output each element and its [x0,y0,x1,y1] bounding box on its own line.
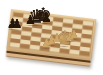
piece-black-pawn-e7[interactable]: ♟ [39,12,54,24]
piece-white-pawn-g4[interactable]: ♟ [67,28,82,39]
product-photo: ♟♟♟♛♚♟♟♟♟♚♟♟ [0,0,103,75]
square-a1[interactable] [10,42,20,47]
square-g1[interactable] [69,49,79,54]
square-f1[interactable] [59,48,69,53]
square-b1[interactable] [20,44,30,49]
square-h1[interactable] [79,51,89,56]
scene: ♟♟♟♛♚♟♟♟♟♚♟♟ [0,0,103,75]
